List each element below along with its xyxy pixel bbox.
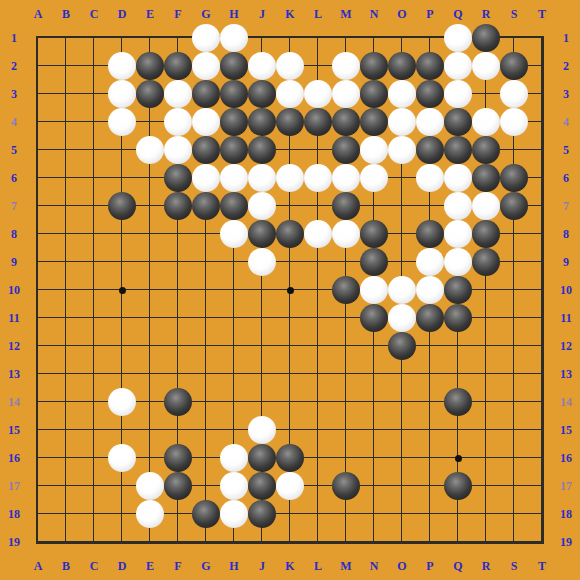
intersection-C15[interactable]: [80, 416, 108, 444]
intersection-E19[interactable]: [136, 528, 164, 556]
intersection-Q1[interactable]: [444, 24, 472, 52]
intersection-E9[interactable]: [136, 248, 164, 276]
intersection-M2[interactable]: [332, 52, 360, 80]
intersection-K1[interactable]: [276, 24, 304, 52]
intersection-S4[interactable]: [500, 108, 528, 136]
intersection-P10[interactable]: [416, 276, 444, 304]
intersection-Q7[interactable]: [444, 192, 472, 220]
intersection-N18[interactable]: [360, 500, 388, 528]
intersection-S8[interactable]: [500, 220, 528, 248]
intersection-Q15[interactable]: [444, 416, 472, 444]
intersection-C6[interactable]: [80, 164, 108, 192]
intersection-Q10[interactable]: [444, 276, 472, 304]
intersection-L19[interactable]: [304, 528, 332, 556]
intersection-S16[interactable]: [500, 444, 528, 472]
intersection-R15[interactable]: [472, 416, 500, 444]
intersection-M15[interactable]: [332, 416, 360, 444]
intersection-R2[interactable]: [472, 52, 500, 80]
intersection-A2[interactable]: [24, 52, 52, 80]
intersection-Q12[interactable]: [444, 332, 472, 360]
intersection-M19[interactable]: [332, 528, 360, 556]
intersection-F3[interactable]: [164, 80, 192, 108]
intersection-P11[interactable]: [416, 304, 444, 332]
intersection-K9[interactable]: [276, 248, 304, 276]
intersection-P5[interactable]: [416, 136, 444, 164]
intersection-O16[interactable]: [388, 444, 416, 472]
intersection-T13[interactable]: [528, 360, 556, 388]
intersection-A6[interactable]: [24, 164, 52, 192]
intersection-E12[interactable]: [136, 332, 164, 360]
intersection-L17[interactable]: [304, 472, 332, 500]
intersection-O17[interactable]: [388, 472, 416, 500]
intersection-P8[interactable]: [416, 220, 444, 248]
intersection-B14[interactable]: [52, 388, 80, 416]
intersection-C11[interactable]: [80, 304, 108, 332]
intersection-H19[interactable]: [220, 528, 248, 556]
intersection-A18[interactable]: [24, 500, 52, 528]
intersection-O13[interactable]: [388, 360, 416, 388]
intersection-S10[interactable]: [500, 276, 528, 304]
intersection-N3[interactable]: [360, 80, 388, 108]
intersection-M17[interactable]: [332, 472, 360, 500]
intersection-P13[interactable]: [416, 360, 444, 388]
intersection-O8[interactable]: [388, 220, 416, 248]
intersection-A17[interactable]: [24, 472, 52, 500]
intersection-E6[interactable]: [136, 164, 164, 192]
intersection-Q16[interactable]: [444, 444, 472, 472]
intersection-S12[interactable]: [500, 332, 528, 360]
intersection-G3[interactable]: [192, 80, 220, 108]
intersection-O10[interactable]: [388, 276, 416, 304]
intersection-E3[interactable]: [136, 80, 164, 108]
intersection-F1[interactable]: [164, 24, 192, 52]
intersection-H18[interactable]: [220, 500, 248, 528]
intersection-J13[interactable]: [248, 360, 276, 388]
intersection-K10[interactable]: [276, 276, 304, 304]
intersection-N2[interactable]: [360, 52, 388, 80]
intersection-A8[interactable]: [24, 220, 52, 248]
intersection-L15[interactable]: [304, 416, 332, 444]
intersection-S19[interactable]: [500, 528, 528, 556]
intersection-E17[interactable]: [136, 472, 164, 500]
intersection-K2[interactable]: [276, 52, 304, 80]
intersection-Q14[interactable]: [444, 388, 472, 416]
intersection-T8[interactable]: [528, 220, 556, 248]
intersection-O14[interactable]: [388, 388, 416, 416]
intersection-E8[interactable]: [136, 220, 164, 248]
intersection-S3[interactable]: [500, 80, 528, 108]
intersection-M7[interactable]: [332, 192, 360, 220]
intersection-P1[interactable]: [416, 24, 444, 52]
intersection-J11[interactable]: [248, 304, 276, 332]
intersection-G10[interactable]: [192, 276, 220, 304]
intersection-Q11[interactable]: [444, 304, 472, 332]
intersection-G17[interactable]: [192, 472, 220, 500]
intersection-B9[interactable]: [52, 248, 80, 276]
intersection-N10[interactable]: [360, 276, 388, 304]
intersection-D15[interactable]: [108, 416, 136, 444]
intersection-R13[interactable]: [472, 360, 500, 388]
intersection-K15[interactable]: [276, 416, 304, 444]
intersection-A7[interactable]: [24, 192, 52, 220]
intersection-H10[interactable]: [220, 276, 248, 304]
intersection-E14[interactable]: [136, 388, 164, 416]
intersection-G6[interactable]: [192, 164, 220, 192]
intersection-B6[interactable]: [52, 164, 80, 192]
intersection-O18[interactable]: [388, 500, 416, 528]
intersection-H14[interactable]: [220, 388, 248, 416]
intersection-G4[interactable]: [192, 108, 220, 136]
intersection-O5[interactable]: [388, 136, 416, 164]
intersection-E2[interactable]: [136, 52, 164, 80]
intersection-M3[interactable]: [332, 80, 360, 108]
intersection-J14[interactable]: [248, 388, 276, 416]
intersection-J18[interactable]: [248, 500, 276, 528]
intersection-B13[interactable]: [52, 360, 80, 388]
intersection-D3[interactable]: [108, 80, 136, 108]
intersection-L3[interactable]: [304, 80, 332, 108]
intersection-K4[interactable]: [276, 108, 304, 136]
intersection-G7[interactable]: [192, 192, 220, 220]
intersection-A11[interactable]: [24, 304, 52, 332]
intersection-L9[interactable]: [304, 248, 332, 276]
intersection-A10[interactable]: [24, 276, 52, 304]
intersection-L13[interactable]: [304, 360, 332, 388]
intersection-N19[interactable]: [360, 528, 388, 556]
intersection-B7[interactable]: [52, 192, 80, 220]
intersection-N5[interactable]: [360, 136, 388, 164]
intersection-G14[interactable]: [192, 388, 220, 416]
intersection-E15[interactable]: [136, 416, 164, 444]
intersection-L5[interactable]: [304, 136, 332, 164]
intersection-N14[interactable]: [360, 388, 388, 416]
intersection-J6[interactable]: [248, 164, 276, 192]
intersection-F8[interactable]: [164, 220, 192, 248]
intersection-M5[interactable]: [332, 136, 360, 164]
intersection-B11[interactable]: [52, 304, 80, 332]
intersection-S9[interactable]: [500, 248, 528, 276]
intersection-C12[interactable]: [80, 332, 108, 360]
intersection-F14[interactable]: [164, 388, 192, 416]
intersection-F15[interactable]: [164, 416, 192, 444]
intersection-R14[interactable]: [472, 388, 500, 416]
intersection-F5[interactable]: [164, 136, 192, 164]
intersection-S17[interactable]: [500, 472, 528, 500]
intersection-P17[interactable]: [416, 472, 444, 500]
intersection-J17[interactable]: [248, 472, 276, 500]
intersection-O7[interactable]: [388, 192, 416, 220]
intersection-L8[interactable]: [304, 220, 332, 248]
intersection-P19[interactable]: [416, 528, 444, 556]
intersection-A4[interactable]: [24, 108, 52, 136]
intersection-N13[interactable]: [360, 360, 388, 388]
intersection-M4[interactable]: [332, 108, 360, 136]
intersection-L12[interactable]: [304, 332, 332, 360]
intersection-T5[interactable]: [528, 136, 556, 164]
intersection-K5[interactable]: [276, 136, 304, 164]
intersection-R17[interactable]: [472, 472, 500, 500]
intersection-C14[interactable]: [80, 388, 108, 416]
intersection-N12[interactable]: [360, 332, 388, 360]
intersection-M13[interactable]: [332, 360, 360, 388]
intersection-H11[interactable]: [220, 304, 248, 332]
intersection-L14[interactable]: [304, 388, 332, 416]
intersection-F16[interactable]: [164, 444, 192, 472]
intersection-G16[interactable]: [192, 444, 220, 472]
intersection-D6[interactable]: [108, 164, 136, 192]
intersection-G2[interactable]: [192, 52, 220, 80]
intersection-B8[interactable]: [52, 220, 80, 248]
intersection-H7[interactable]: [220, 192, 248, 220]
intersection-T7[interactable]: [528, 192, 556, 220]
intersection-K16[interactable]: [276, 444, 304, 472]
intersection-F9[interactable]: [164, 248, 192, 276]
intersection-L7[interactable]: [304, 192, 332, 220]
intersection-O11[interactable]: [388, 304, 416, 332]
intersection-J19[interactable]: [248, 528, 276, 556]
intersection-G11[interactable]: [192, 304, 220, 332]
intersection-D5[interactable]: [108, 136, 136, 164]
intersection-N15[interactable]: [360, 416, 388, 444]
intersection-H4[interactable]: [220, 108, 248, 136]
intersection-M10[interactable]: [332, 276, 360, 304]
intersection-C4[interactable]: [80, 108, 108, 136]
intersection-C17[interactable]: [80, 472, 108, 500]
intersection-H6[interactable]: [220, 164, 248, 192]
intersection-H1[interactable]: [220, 24, 248, 52]
intersection-S18[interactable]: [500, 500, 528, 528]
intersection-M18[interactable]: [332, 500, 360, 528]
intersection-C2[interactable]: [80, 52, 108, 80]
intersection-B10[interactable]: [52, 276, 80, 304]
intersection-T15[interactable]: [528, 416, 556, 444]
intersection-Q2[interactable]: [444, 52, 472, 80]
intersection-D16[interactable]: [108, 444, 136, 472]
intersection-R3[interactable]: [472, 80, 500, 108]
intersection-C5[interactable]: [80, 136, 108, 164]
intersection-K12[interactable]: [276, 332, 304, 360]
intersection-J3[interactable]: [248, 80, 276, 108]
intersection-Q4[interactable]: [444, 108, 472, 136]
intersection-F13[interactable]: [164, 360, 192, 388]
intersection-D1[interactable]: [108, 24, 136, 52]
intersection-B2[interactable]: [52, 52, 80, 80]
intersection-H2[interactable]: [220, 52, 248, 80]
intersection-B17[interactable]: [52, 472, 80, 500]
intersection-K7[interactable]: [276, 192, 304, 220]
intersection-L2[interactable]: [304, 52, 332, 80]
intersection-S14[interactable]: [500, 388, 528, 416]
intersection-N9[interactable]: [360, 248, 388, 276]
intersection-K3[interactable]: [276, 80, 304, 108]
intersection-E5[interactable]: [136, 136, 164, 164]
intersection-A1[interactable]: [24, 24, 52, 52]
intersection-K11[interactable]: [276, 304, 304, 332]
intersection-A16[interactable]: [24, 444, 52, 472]
intersection-K13[interactable]: [276, 360, 304, 388]
intersection-K14[interactable]: [276, 388, 304, 416]
intersection-N17[interactable]: [360, 472, 388, 500]
intersection-J1[interactable]: [248, 24, 276, 52]
intersection-M12[interactable]: [332, 332, 360, 360]
intersection-P6[interactable]: [416, 164, 444, 192]
intersection-M1[interactable]: [332, 24, 360, 52]
intersection-H12[interactable]: [220, 332, 248, 360]
intersection-D11[interactable]: [108, 304, 136, 332]
intersection-D13[interactable]: [108, 360, 136, 388]
intersection-A5[interactable]: [24, 136, 52, 164]
intersection-J12[interactable]: [248, 332, 276, 360]
intersection-H9[interactable]: [220, 248, 248, 276]
intersection-R8[interactable]: [472, 220, 500, 248]
intersection-R9[interactable]: [472, 248, 500, 276]
intersection-R1[interactable]: [472, 24, 500, 52]
intersection-O9[interactable]: [388, 248, 416, 276]
intersection-E1[interactable]: [136, 24, 164, 52]
intersection-M14[interactable]: [332, 388, 360, 416]
intersection-T4[interactable]: [528, 108, 556, 136]
intersection-J16[interactable]: [248, 444, 276, 472]
intersection-T2[interactable]: [528, 52, 556, 80]
intersection-P7[interactable]: [416, 192, 444, 220]
intersection-A14[interactable]: [24, 388, 52, 416]
intersection-Q3[interactable]: [444, 80, 472, 108]
intersection-Q8[interactable]: [444, 220, 472, 248]
intersection-G9[interactable]: [192, 248, 220, 276]
intersection-M8[interactable]: [332, 220, 360, 248]
intersection-J8[interactable]: [248, 220, 276, 248]
intersection-Q19[interactable]: [444, 528, 472, 556]
intersection-T6[interactable]: [528, 164, 556, 192]
intersection-R6[interactable]: [472, 164, 500, 192]
intersection-C3[interactable]: [80, 80, 108, 108]
intersection-E10[interactable]: [136, 276, 164, 304]
intersection-C8[interactable]: [80, 220, 108, 248]
intersection-R4[interactable]: [472, 108, 500, 136]
intersection-P18[interactable]: [416, 500, 444, 528]
intersection-T17[interactable]: [528, 472, 556, 500]
intersection-J7[interactable]: [248, 192, 276, 220]
intersection-A13[interactable]: [24, 360, 52, 388]
intersection-C19[interactable]: [80, 528, 108, 556]
intersection-E4[interactable]: [136, 108, 164, 136]
intersection-L4[interactable]: [304, 108, 332, 136]
intersection-Q17[interactable]: [444, 472, 472, 500]
intersection-G12[interactable]: [192, 332, 220, 360]
intersection-S6[interactable]: [500, 164, 528, 192]
intersection-O12[interactable]: [388, 332, 416, 360]
intersection-O3[interactable]: [388, 80, 416, 108]
intersection-A19[interactable]: [24, 528, 52, 556]
intersection-S1[interactable]: [500, 24, 528, 52]
intersection-J5[interactable]: [248, 136, 276, 164]
intersection-D14[interactable]: [108, 388, 136, 416]
intersection-F12[interactable]: [164, 332, 192, 360]
intersection-Q13[interactable]: [444, 360, 472, 388]
intersection-C10[interactable]: [80, 276, 108, 304]
intersection-G18[interactable]: [192, 500, 220, 528]
intersection-H8[interactable]: [220, 220, 248, 248]
intersection-J10[interactable]: [248, 276, 276, 304]
intersection-C9[interactable]: [80, 248, 108, 276]
intersection-B3[interactable]: [52, 80, 80, 108]
intersection-P14[interactable]: [416, 388, 444, 416]
intersection-B4[interactable]: [52, 108, 80, 136]
intersection-F7[interactable]: [164, 192, 192, 220]
intersection-O1[interactable]: [388, 24, 416, 52]
intersection-Q9[interactable]: [444, 248, 472, 276]
intersection-E7[interactable]: [136, 192, 164, 220]
intersection-P4[interactable]: [416, 108, 444, 136]
intersection-S11[interactable]: [500, 304, 528, 332]
intersection-B1[interactable]: [52, 24, 80, 52]
intersection-R5[interactable]: [472, 136, 500, 164]
intersection-K19[interactable]: [276, 528, 304, 556]
intersection-E18[interactable]: [136, 500, 164, 528]
intersection-A15[interactable]: [24, 416, 52, 444]
intersection-H17[interactable]: [220, 472, 248, 500]
intersection-F11[interactable]: [164, 304, 192, 332]
intersection-B15[interactable]: [52, 416, 80, 444]
intersection-D7[interactable]: [108, 192, 136, 220]
intersection-P9[interactable]: [416, 248, 444, 276]
intersection-S13[interactable]: [500, 360, 528, 388]
intersection-D18[interactable]: [108, 500, 136, 528]
intersection-T1[interactable]: [528, 24, 556, 52]
intersection-B5[interactable]: [52, 136, 80, 164]
intersection-L6[interactable]: [304, 164, 332, 192]
intersection-G5[interactable]: [192, 136, 220, 164]
intersection-J15[interactable]: [248, 416, 276, 444]
intersection-P3[interactable]: [416, 80, 444, 108]
intersection-H15[interactable]: [220, 416, 248, 444]
intersection-O6[interactable]: [388, 164, 416, 192]
intersection-M16[interactable]: [332, 444, 360, 472]
intersection-R16[interactable]: [472, 444, 500, 472]
intersection-C13[interactable]: [80, 360, 108, 388]
intersection-K8[interactable]: [276, 220, 304, 248]
intersection-H16[interactable]: [220, 444, 248, 472]
intersection-O4[interactable]: [388, 108, 416, 136]
intersection-T18[interactable]: [528, 500, 556, 528]
intersection-T12[interactable]: [528, 332, 556, 360]
intersection-T16[interactable]: [528, 444, 556, 472]
intersection-H5[interactable]: [220, 136, 248, 164]
intersection-F2[interactable]: [164, 52, 192, 80]
intersection-T19[interactable]: [528, 528, 556, 556]
intersection-J4[interactable]: [248, 108, 276, 136]
intersection-L1[interactable]: [304, 24, 332, 52]
intersection-P15[interactable]: [416, 416, 444, 444]
intersection-Q6[interactable]: [444, 164, 472, 192]
intersection-S5[interactable]: [500, 136, 528, 164]
intersection-A3[interactable]: [24, 80, 52, 108]
intersection-A9[interactable]: [24, 248, 52, 276]
intersection-P2[interactable]: [416, 52, 444, 80]
intersection-J9[interactable]: [248, 248, 276, 276]
intersection-E13[interactable]: [136, 360, 164, 388]
intersection-T14[interactable]: [528, 388, 556, 416]
intersection-L10[interactable]: [304, 276, 332, 304]
intersection-D2[interactable]: [108, 52, 136, 80]
intersection-F17[interactable]: [164, 472, 192, 500]
intersection-G13[interactable]: [192, 360, 220, 388]
intersection-D8[interactable]: [108, 220, 136, 248]
intersection-B16[interactable]: [52, 444, 80, 472]
intersection-H3[interactable]: [220, 80, 248, 108]
intersection-L11[interactable]: [304, 304, 332, 332]
intersection-N7[interactable]: [360, 192, 388, 220]
